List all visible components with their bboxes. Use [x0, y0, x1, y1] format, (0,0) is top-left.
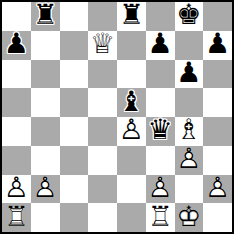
square-f2[interactable]: ♟♙	[146, 175, 175, 204]
white-pawn-piece: ♙	[4, 174, 29, 202]
square-a4[interactable]	[2, 117, 31, 146]
square-b3[interactable]	[31, 146, 60, 175]
square-a2[interactable]: ♟♙	[2, 175, 31, 204]
square-b5[interactable]	[31, 88, 60, 117]
white-pawn-piece-fill: ♟	[148, 174, 173, 202]
black-pawn-piece: ♟	[148, 30, 173, 58]
black-king-piece: ♚	[176, 2, 201, 30]
square-e1[interactable]	[117, 203, 146, 232]
square-c6[interactable]	[60, 60, 89, 89]
white-pawn-piece: ♙	[148, 174, 173, 202]
white-pawn-piece: ♙	[33, 174, 58, 202]
square-b8[interactable]: ♜	[31, 2, 60, 31]
square-c7[interactable]	[60, 31, 89, 60]
white-rook-piece-fill: ♜	[4, 203, 29, 231]
black-queen-piece: ♛	[148, 117, 173, 145]
square-g3[interactable]: ♟♙	[175, 146, 204, 175]
square-b7[interactable]	[31, 31, 60, 60]
square-f1[interactable]: ♜♖	[146, 203, 175, 232]
black-rook-piece: ♜	[119, 2, 144, 30]
square-a6[interactable]	[2, 60, 31, 89]
square-c3[interactable]	[60, 146, 89, 175]
square-h6[interactable]	[203, 60, 232, 89]
square-f7[interactable]: ♟	[146, 31, 175, 60]
square-h2[interactable]: ♟♙	[203, 175, 232, 204]
square-g7[interactable]	[175, 31, 204, 60]
square-f5[interactable]	[146, 88, 175, 117]
square-c1[interactable]	[60, 203, 89, 232]
square-d1[interactable]	[88, 203, 117, 232]
square-h4[interactable]	[203, 117, 232, 146]
square-d6[interactable]	[88, 60, 117, 89]
square-a3[interactable]	[2, 146, 31, 175]
square-h3[interactable]	[203, 146, 232, 175]
square-e3[interactable]	[117, 146, 146, 175]
square-b4[interactable]	[31, 117, 60, 146]
white-rook-piece: ♖	[4, 203, 29, 231]
white-rook-piece: ♖	[148, 203, 173, 231]
square-e2[interactable]	[117, 175, 146, 204]
square-g1[interactable]: ♚♔	[175, 203, 204, 232]
black-bishop-piece: ♝	[119, 88, 144, 116]
square-c4[interactable]	[60, 117, 89, 146]
white-pawn-piece: ♙	[176, 145, 201, 173]
square-a1[interactable]: ♜♖	[2, 203, 31, 232]
white-king-piece-fill: ♚	[176, 203, 201, 231]
square-d8[interactable]	[88, 2, 117, 31]
black-pawn-piece: ♟	[176, 59, 201, 87]
square-a8[interactable]	[2, 2, 31, 31]
square-c2[interactable]	[60, 175, 89, 204]
square-e5[interactable]: ♝	[117, 88, 146, 117]
square-f8[interactable]	[146, 2, 175, 31]
square-d3[interactable]	[88, 146, 117, 175]
white-pawn-piece: ♙	[205, 174, 230, 202]
square-g2[interactable]	[175, 175, 204, 204]
black-rook-piece: ♜	[33, 2, 58, 30]
square-e4[interactable]: ♟♙	[117, 117, 146, 146]
square-g5[interactable]	[175, 88, 204, 117]
white-queen-piece-fill: ♛	[90, 30, 115, 58]
square-b2[interactable]: ♟♙	[31, 175, 60, 204]
square-e6[interactable]	[117, 60, 146, 89]
square-f6[interactable]	[146, 60, 175, 89]
white-pawn-piece-fill: ♟	[33, 174, 58, 202]
square-h5[interactable]	[203, 88, 232, 117]
square-d7[interactable]: ♛♕	[88, 31, 117, 60]
square-d4[interactable]	[88, 117, 117, 146]
white-bishop-piece: ♗	[176, 117, 201, 145]
square-c5[interactable]	[60, 88, 89, 117]
square-f4[interactable]: ♛	[146, 117, 175, 146]
white-rook-piece-fill: ♜	[148, 203, 173, 231]
square-h7[interactable]: ♟	[203, 31, 232, 60]
square-e7[interactable]	[117, 31, 146, 60]
white-king-piece: ♔	[176, 203, 201, 231]
square-b1[interactable]	[31, 203, 60, 232]
square-c8[interactable]	[60, 2, 89, 31]
square-g6[interactable]: ♟	[175, 60, 204, 89]
square-a5[interactable]	[2, 88, 31, 117]
white-queen-piece: ♕	[90, 30, 115, 58]
square-g4[interactable]: ♝♗	[175, 117, 204, 146]
square-d5[interactable]	[88, 88, 117, 117]
square-h8[interactable]	[203, 2, 232, 31]
square-h1[interactable]	[203, 203, 232, 232]
white-pawn-piece-fill: ♟	[4, 174, 29, 202]
white-pawn-piece-fill: ♟	[176, 145, 201, 173]
white-pawn-piece-fill: ♟	[205, 174, 230, 202]
square-g8[interactable]: ♚	[175, 2, 204, 31]
square-a7[interactable]: ♟	[2, 31, 31, 60]
chess-board: ♜♜♚♟♛♕♟♟♟♝♟♙♛♝♗♟♙♟♙♟♙♟♙♟♙♜♖♜♖♚♔	[0, 0, 234, 234]
square-f3[interactable]	[146, 146, 175, 175]
square-b6[interactable]	[31, 60, 60, 89]
square-d2[interactable]	[88, 175, 117, 204]
square-e8[interactable]: ♜	[117, 2, 146, 31]
black-pawn-piece: ♟	[205, 30, 230, 58]
white-pawn-piece: ♙	[119, 117, 144, 145]
black-pawn-piece: ♟	[4, 30, 29, 58]
white-bishop-piece-fill: ♝	[176, 117, 201, 145]
white-pawn-piece-fill: ♟	[119, 117, 144, 145]
